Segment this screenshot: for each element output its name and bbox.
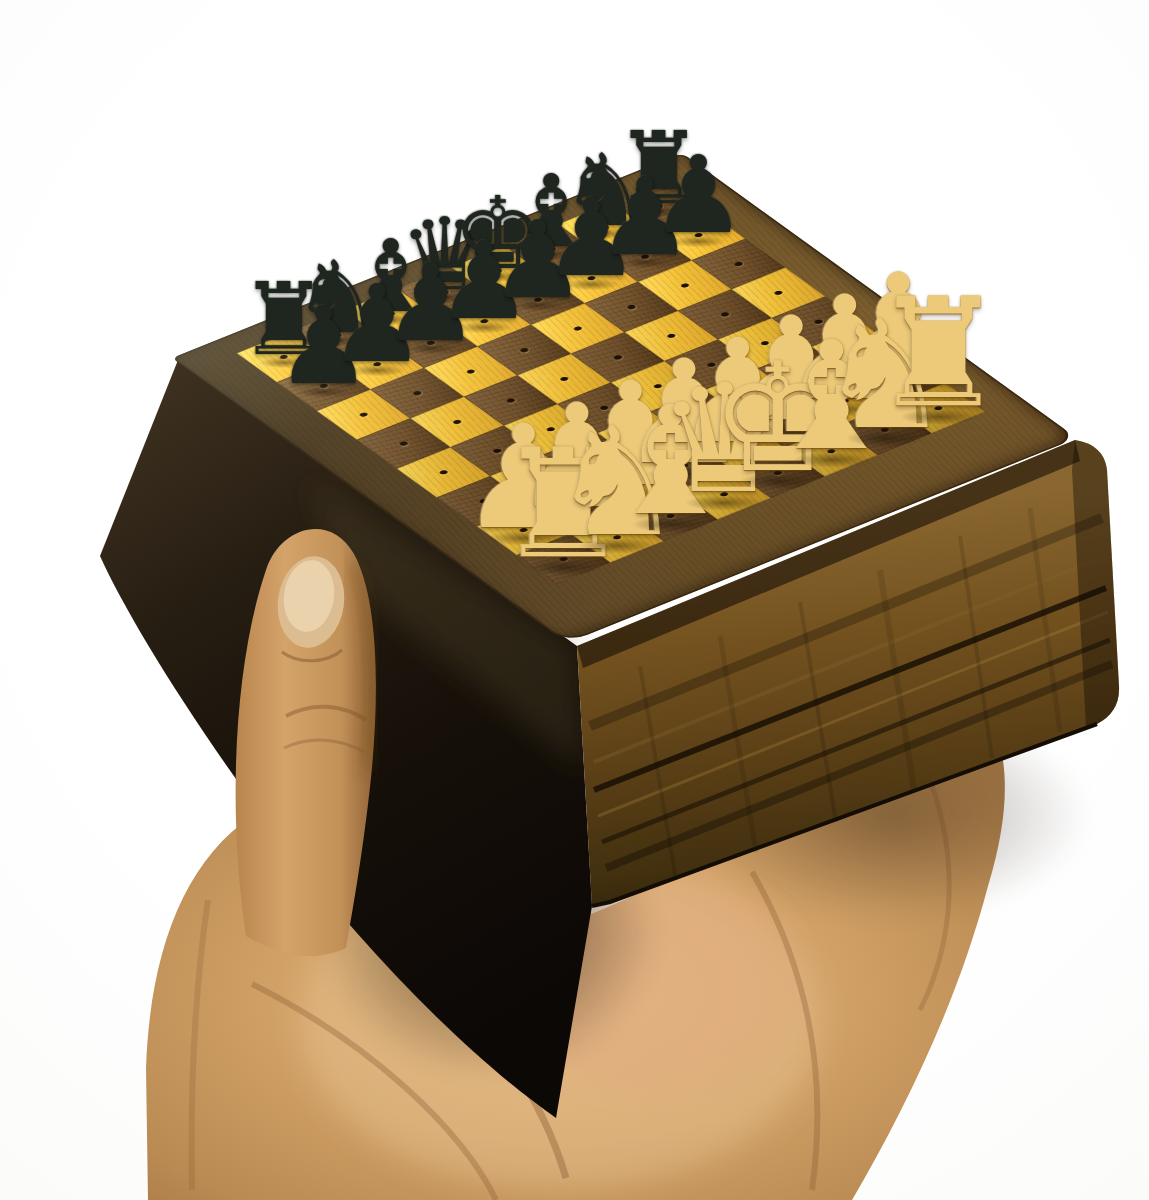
photo-canvas: ♜♞♝♛♚♝♞♜♟♟♟♟♟♟♟♟♟♟♟♟♟♟♟♟♜♞♝♛♚♝♞♜ [0,0,1149,1200]
thumb [0,0,1149,1200]
